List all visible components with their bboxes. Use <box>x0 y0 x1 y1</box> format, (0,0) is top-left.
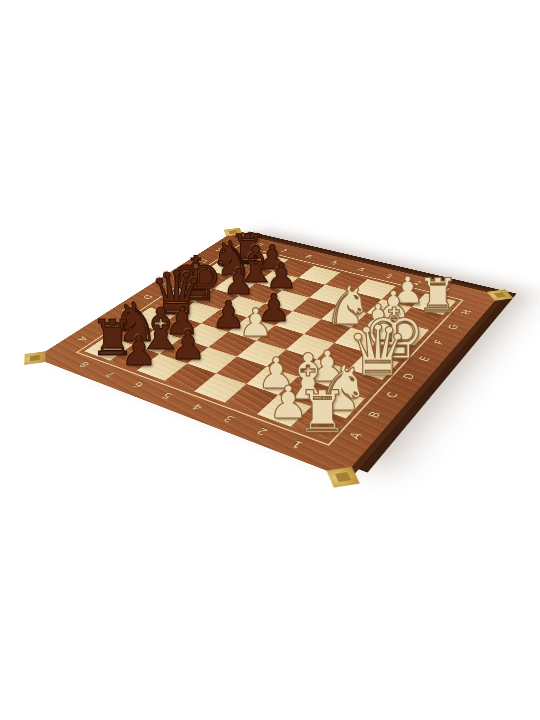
black-pawn[interactable]: ♟ <box>170 324 206 364</box>
rank-label: 8 <box>77 361 91 369</box>
rank-label: 4 <box>190 402 205 411</box>
file-label: C <box>384 391 401 400</box>
corner-ornament-icon <box>317 461 368 495</box>
white-rook[interactable]: ♜ <box>297 382 349 440</box>
file-label: A <box>347 431 365 441</box>
rank-label: 6 <box>131 381 146 390</box>
rank-label: 5 <box>160 391 175 400</box>
file-label: A <box>76 336 90 343</box>
corner-ornament-icon <box>14 347 56 369</box>
black-pawn[interactable]: ♟ <box>121 331 157 372</box>
rank-label: 4 <box>356 267 367 273</box>
file-label: H <box>459 309 474 316</box>
rank-label: 6 <box>303 254 314 259</box>
file-label: F <box>432 339 447 345</box>
rank-label: 5 <box>329 260 340 265</box>
rank-label: 3 <box>221 414 236 424</box>
white-pawn[interactable]: ♟ <box>238 304 273 343</box>
corner-ornament-icon <box>481 286 518 304</box>
photo-stage: AABBCCDDEEFFGGHH1122334455667788 ♜♟♞♝♟♟♚… <box>0 0 540 720</box>
rank-label: 7 <box>103 370 117 378</box>
file-label: G <box>446 323 461 330</box>
